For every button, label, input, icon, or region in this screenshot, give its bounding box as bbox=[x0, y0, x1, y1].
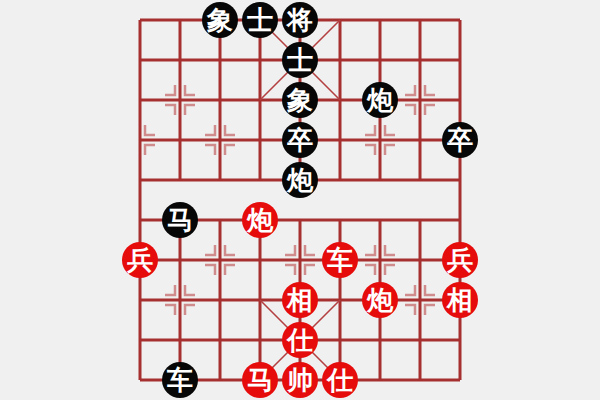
piece-red-advisor[interactable]: 仕 bbox=[322, 362, 358, 398]
piece-black-chariot[interactable]: 车 bbox=[162, 362, 198, 398]
piece-black-horse[interactable]: 马 bbox=[162, 202, 198, 238]
piece-red-chariot[interactable]: 车 bbox=[322, 242, 358, 278]
piece-red-soldier[interactable]: 兵 bbox=[442, 242, 478, 278]
piece-red-horse[interactable]: 马 bbox=[242, 362, 278, 398]
piece-black-elephant[interactable]: 象 bbox=[202, 2, 238, 38]
piece-red-advisor[interactable]: 仕 bbox=[282, 322, 318, 358]
piece-black-soldier[interactable]: 卒 bbox=[442, 122, 478, 158]
piece-red-elephant[interactable]: 相 bbox=[282, 282, 318, 318]
piece-red-cannon[interactable]: 炮 bbox=[242, 202, 278, 238]
xiangqi-app: 象士将士象炮卒卒炮马炮兵车兵相炮相仕车马帅仕 bbox=[0, 0, 600, 400]
piece-black-elephant[interactable]: 象 bbox=[282, 82, 318, 118]
piece-red-general[interactable]: 帅 bbox=[282, 362, 318, 398]
piece-red-cannon[interactable]: 炮 bbox=[362, 282, 398, 318]
piece-black-cannon[interactable]: 炮 bbox=[362, 82, 398, 118]
piece-black-soldier[interactable]: 卒 bbox=[282, 122, 318, 158]
piece-black-advisor[interactable]: 士 bbox=[282, 42, 318, 78]
piece-red-soldier[interactable]: 兵 bbox=[122, 242, 158, 278]
piece-red-elephant[interactable]: 相 bbox=[442, 282, 478, 318]
piece-black-cannon[interactable]: 炮 bbox=[282, 162, 318, 198]
xiangqi-board[interactable]: 象士将士象炮卒卒炮马炮兵车兵相炮相仕车马帅仕 bbox=[140, 20, 460, 380]
piece-black-advisor[interactable]: 士 bbox=[242, 2, 278, 38]
piece-black-general[interactable]: 将 bbox=[282, 2, 318, 38]
